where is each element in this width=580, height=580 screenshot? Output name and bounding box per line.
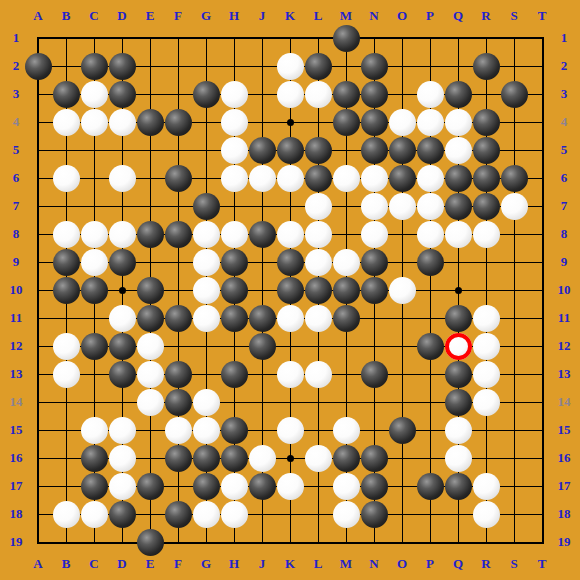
stone-white: [305, 305, 332, 332]
row-label-right: 12: [553, 338, 575, 354]
row-label-left: 10: [5, 282, 27, 298]
col-label-bottom: D: [111, 556, 133, 572]
row-label-left: 1: [5, 30, 27, 46]
row-label-right: 5: [553, 142, 575, 158]
row-label-right: 10: [553, 282, 575, 298]
stone-white: [473, 473, 500, 500]
stone-black: [81, 53, 108, 80]
col-label-top: S: [503, 8, 525, 24]
stone-white: [221, 109, 248, 136]
stone-black: [501, 81, 528, 108]
stone-black: [501, 165, 528, 192]
stone-black: [361, 501, 388, 528]
col-label-bottom: T: [531, 556, 553, 572]
stone-black: [137, 221, 164, 248]
row-label-right: 7: [553, 198, 575, 214]
row-label-right: 14: [553, 394, 575, 410]
stone-black: [389, 165, 416, 192]
stone-black: [361, 445, 388, 472]
col-label-bottom: G: [195, 556, 217, 572]
stone-white: [333, 249, 360, 276]
row-label-right: 1: [553, 30, 575, 46]
col-label-top: G: [195, 8, 217, 24]
col-label-bottom: L: [307, 556, 329, 572]
col-label-bottom: H: [223, 556, 245, 572]
row-label-right: 13: [553, 366, 575, 382]
row-label-right: 4: [553, 114, 575, 130]
row-label-left: 4: [5, 114, 27, 130]
col-label-top: L: [307, 8, 329, 24]
stone-black: [361, 109, 388, 136]
col-label-top: K: [279, 8, 301, 24]
stone-black: [109, 501, 136, 528]
stone-black: [445, 361, 472, 388]
col-label-bottom: R: [475, 556, 497, 572]
stone-white: [53, 165, 80, 192]
stone-white: [333, 165, 360, 192]
stone-white: [277, 53, 304, 80]
stone-white: [193, 249, 220, 276]
row-label-right: 8: [553, 226, 575, 242]
stone-black: [165, 165, 192, 192]
stone-black: [221, 445, 248, 472]
stone-black: [137, 473, 164, 500]
stone-white: [361, 193, 388, 220]
stone-white: [221, 165, 248, 192]
stone-black: [333, 25, 360, 52]
stone-black: [445, 193, 472, 220]
col-label-bottom: N: [363, 556, 385, 572]
stone-white: [109, 305, 136, 332]
col-label-top: C: [83, 8, 105, 24]
stone-white: [277, 305, 304, 332]
col-label-top: J: [251, 8, 273, 24]
stone-white: [53, 361, 80, 388]
stone-black: [417, 249, 444, 276]
stone-white: [445, 445, 472, 472]
stone-black: [445, 165, 472, 192]
stone-black: [333, 305, 360, 332]
col-label-bottom: P: [419, 556, 441, 572]
stone-black: [137, 277, 164, 304]
stone-white: [305, 445, 332, 472]
stone-white: [277, 221, 304, 248]
row-label-left: 5: [5, 142, 27, 158]
stone-white: [81, 81, 108, 108]
star-point: [287, 119, 294, 126]
row-label-right: 2: [553, 58, 575, 74]
stone-black: [361, 53, 388, 80]
col-label-top: R: [475, 8, 497, 24]
stone-white: [473, 221, 500, 248]
stone-black: [445, 305, 472, 332]
stone-white: [53, 501, 80, 528]
stone-black: [417, 333, 444, 360]
stone-white: [389, 109, 416, 136]
stone-white: [333, 473, 360, 500]
stone-white: [165, 417, 192, 444]
row-label-left: 17: [5, 478, 27, 494]
stone-white: [445, 221, 472, 248]
stone-white: [473, 333, 500, 360]
stone-white: [53, 221, 80, 248]
row-label-left: 7: [5, 198, 27, 214]
stone-white: [333, 417, 360, 444]
stone-white: [389, 193, 416, 220]
stone-black: [53, 277, 80, 304]
stone-black: [305, 277, 332, 304]
col-label-bottom: F: [167, 556, 189, 572]
stone-white: [193, 501, 220, 528]
col-label-top: E: [139, 8, 161, 24]
stone-black: [165, 109, 192, 136]
stone-black: [473, 137, 500, 164]
stone-white: [221, 81, 248, 108]
col-label-top: H: [223, 8, 245, 24]
stone-black: [25, 53, 52, 80]
col-label-bottom: M: [335, 556, 357, 572]
stone-white: [81, 109, 108, 136]
stone-black: [249, 221, 276, 248]
stone-white: [109, 165, 136, 192]
stone-white: [109, 417, 136, 444]
stone-black: [137, 529, 164, 556]
stone-black: [445, 389, 472, 416]
stone-black: [137, 109, 164, 136]
stone-white: [305, 361, 332, 388]
stone-white: [193, 417, 220, 444]
row-label-left: 15: [5, 422, 27, 438]
stone-black: [361, 81, 388, 108]
stone-white: [473, 305, 500, 332]
stone-black: [221, 417, 248, 444]
stone-black: [249, 333, 276, 360]
stone-black: [473, 53, 500, 80]
row-label-left: 8: [5, 226, 27, 242]
stone-white: [193, 277, 220, 304]
stone-black: [333, 445, 360, 472]
stone-black: [389, 417, 416, 444]
col-label-bottom: J: [251, 556, 273, 572]
col-label-bottom: Q: [447, 556, 469, 572]
stone-white: [501, 193, 528, 220]
col-label-bottom: A: [27, 556, 49, 572]
stone-black: [53, 81, 80, 108]
stone-white: [277, 473, 304, 500]
stone-black: [53, 249, 80, 276]
row-label-left: 16: [5, 450, 27, 466]
stone-black: [193, 193, 220, 220]
stone-black: [389, 137, 416, 164]
col-label-top: Q: [447, 8, 469, 24]
stone-white: [53, 333, 80, 360]
stone-white: [53, 109, 80, 136]
stone-black: [81, 333, 108, 360]
stone-black: [249, 137, 276, 164]
stone-black: [305, 137, 332, 164]
stone-black: [249, 473, 276, 500]
star-point: [119, 287, 126, 294]
stone-white: [445, 137, 472, 164]
col-label-bottom: S: [503, 556, 525, 572]
stone-black: [165, 361, 192, 388]
col-label-bottom: C: [83, 556, 105, 572]
stone-black: [473, 193, 500, 220]
stone-white: [277, 81, 304, 108]
stone-black: [417, 473, 444, 500]
stone-white: [193, 221, 220, 248]
stone-white: [109, 473, 136, 500]
stone-white: [249, 165, 276, 192]
stone-black: [305, 53, 332, 80]
stone-black: [361, 137, 388, 164]
stone-white: [473, 361, 500, 388]
stone-black: [445, 81, 472, 108]
row-label-left: 14: [5, 394, 27, 410]
stone-black: [305, 165, 332, 192]
stone-white: [445, 417, 472, 444]
row-label-left: 12: [5, 338, 27, 354]
stone-white: [305, 81, 332, 108]
row-label-left: 19: [5, 534, 27, 550]
stone-black: [81, 277, 108, 304]
stone-white: [221, 501, 248, 528]
row-label-right: 16: [553, 450, 575, 466]
stone-white: [193, 305, 220, 332]
stone-white: [137, 361, 164, 388]
stone-white: [417, 81, 444, 108]
col-label-bottom: E: [139, 556, 161, 572]
stone-white: [305, 221, 332, 248]
stone-white: [109, 109, 136, 136]
row-label-right: 18: [553, 506, 575, 522]
stone-black: [165, 305, 192, 332]
stone-white: [445, 109, 472, 136]
go-board[interactable]: AABBCCDDEEFFGGHHJJKKLLMMNNOOPPQQRRSSTT11…: [0, 0, 580, 580]
stone-white: [361, 165, 388, 192]
col-label-top: D: [111, 8, 133, 24]
stone-black: [109, 53, 136, 80]
stone-black: [277, 277, 304, 304]
stone-white: [473, 501, 500, 528]
row-label-right: 11: [553, 310, 575, 326]
row-label-left: 2: [5, 58, 27, 74]
stone-white: [277, 165, 304, 192]
stone-black: [137, 305, 164, 332]
stone-white: [417, 165, 444, 192]
stone-white: [81, 417, 108, 444]
stone-black: [473, 165, 500, 192]
stone-black: [193, 473, 220, 500]
stone-black: [109, 81, 136, 108]
stone-black: [109, 249, 136, 276]
row-label-right: 15: [553, 422, 575, 438]
stone-white: [109, 221, 136, 248]
stone-white: [137, 333, 164, 360]
col-label-top: O: [391, 8, 413, 24]
row-label-right: 19: [553, 534, 575, 550]
stone-white: [277, 417, 304, 444]
row-label-left: 9: [5, 254, 27, 270]
row-label-right: 9: [553, 254, 575, 270]
stone-white: [81, 501, 108, 528]
row-label-right: 6: [553, 170, 575, 186]
col-label-bottom: K: [279, 556, 301, 572]
row-label-left: 6: [5, 170, 27, 186]
col-label-top: F: [167, 8, 189, 24]
col-label-top: N: [363, 8, 385, 24]
stone-black: [165, 221, 192, 248]
stone-white: [221, 137, 248, 164]
stone-white: [193, 389, 220, 416]
row-label-right: 17: [553, 478, 575, 494]
star-point: [455, 287, 462, 294]
last-move-marker: [445, 333, 472, 360]
stone-black: [333, 277, 360, 304]
col-label-top: B: [55, 8, 77, 24]
row-label-left: 18: [5, 506, 27, 522]
stone-black: [277, 137, 304, 164]
stone-black: [473, 109, 500, 136]
stone-black: [109, 361, 136, 388]
row-label-left: 13: [5, 366, 27, 382]
col-label-top: A: [27, 8, 49, 24]
stone-black: [165, 501, 192, 528]
stone-black: [361, 249, 388, 276]
stone-black: [165, 445, 192, 472]
stone-black: [333, 81, 360, 108]
col-label-top: M: [335, 8, 357, 24]
stone-white: [389, 277, 416, 304]
col-label-top: P: [419, 8, 441, 24]
stone-white: [81, 249, 108, 276]
row-label-right: 3: [553, 86, 575, 102]
stone-black: [361, 473, 388, 500]
stone-black: [417, 137, 444, 164]
stone-white: [81, 221, 108, 248]
col-label-bottom: O: [391, 556, 413, 572]
stone-black: [361, 361, 388, 388]
stone-black: [193, 81, 220, 108]
stone-white: [417, 109, 444, 136]
stone-black: [193, 445, 220, 472]
col-label-bottom: B: [55, 556, 77, 572]
stone-white: [109, 445, 136, 472]
stone-white: [417, 193, 444, 220]
stone-white: [473, 389, 500, 416]
stone-white: [221, 473, 248, 500]
stone-white: [417, 221, 444, 248]
stone-black: [445, 473, 472, 500]
stone-black: [221, 305, 248, 332]
stone-black: [165, 389, 192, 416]
stone-white: [277, 361, 304, 388]
stone-white: [361, 221, 388, 248]
stone-black: [361, 277, 388, 304]
stone-black: [221, 277, 248, 304]
stone-white: [137, 389, 164, 416]
stone-white: [305, 249, 332, 276]
col-label-top: T: [531, 8, 553, 24]
stone-black: [333, 109, 360, 136]
stone-black: [249, 305, 276, 332]
stone-black: [277, 249, 304, 276]
row-label-left: 3: [5, 86, 27, 102]
stone-black: [109, 333, 136, 360]
stone-black: [81, 473, 108, 500]
stone-white: [221, 221, 248, 248]
star-point: [287, 455, 294, 462]
row-label-left: 11: [5, 310, 27, 326]
stone-black: [221, 249, 248, 276]
stone-white: [249, 445, 276, 472]
stone-black: [221, 361, 248, 388]
stone-white: [333, 501, 360, 528]
stone-white: [305, 193, 332, 220]
stone-black: [81, 445, 108, 472]
